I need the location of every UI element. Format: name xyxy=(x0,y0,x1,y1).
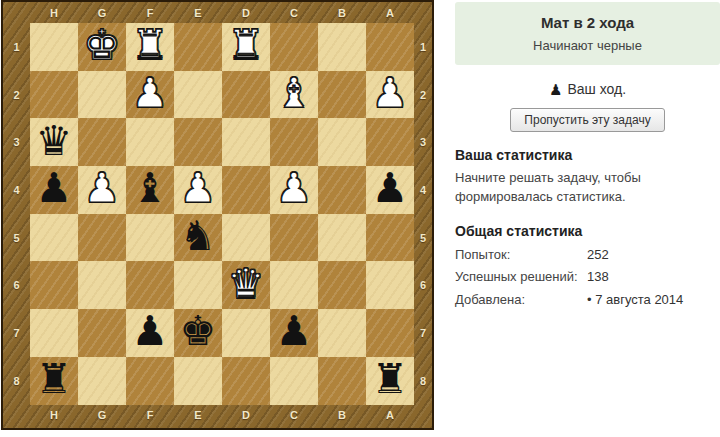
file-label-bottom-f: F xyxy=(126,405,174,427)
square-b7[interactable] xyxy=(318,309,366,357)
square-e3[interactable] xyxy=(174,118,222,166)
piece-white-pawn[interactable]: ♟ xyxy=(180,168,217,209)
general-stats-section: Общая статистика Попыток: 252 Успешных р… xyxy=(455,223,720,308)
square-d3[interactable] xyxy=(222,118,270,166)
rank-label-left-1: 1 xyxy=(3,23,30,71)
square-h6[interactable] xyxy=(30,261,78,309)
puzzle-title: Мат в 2 хода xyxy=(461,14,714,31)
piece-white-pawn[interactable]: ♟ xyxy=(276,168,313,209)
file-label-bottom-c: C xyxy=(270,405,318,427)
rank-label-left-5: 5 xyxy=(3,214,30,262)
piece-white-queen[interactable]: ♛ xyxy=(228,264,265,305)
square-h4[interactable]: ♟ xyxy=(30,166,78,214)
stat-label: Успешных решений: xyxy=(455,269,587,285)
square-b2[interactable] xyxy=(318,71,366,119)
black-pawn-icon: ♟ xyxy=(549,81,562,99)
rank-label-left-7: 7 xyxy=(3,309,30,357)
square-f3[interactable] xyxy=(126,118,174,166)
square-a8[interactable]: ♜ xyxy=(366,357,414,405)
square-b5[interactable] xyxy=(318,214,366,262)
square-f8[interactable] xyxy=(126,357,174,405)
square-h7[interactable] xyxy=(30,309,78,357)
square-c1[interactable] xyxy=(270,23,318,71)
file-label-top-a: A xyxy=(366,2,414,23)
square-a5[interactable] xyxy=(366,214,414,262)
your-stats-description: Начните решать задачу, чтобы формировала… xyxy=(455,169,720,207)
page: HGFEDCBA1♚♜♜12♟♝♟23♛34♟♟♝♟♟♟45♞56♛67♟♚♟7… xyxy=(0,0,720,437)
piece-white-rook[interactable]: ♜ xyxy=(132,25,169,66)
square-f4[interactable]: ♝ xyxy=(126,166,174,214)
board-border-corner xyxy=(3,2,30,23)
square-d8[interactable] xyxy=(222,357,270,405)
square-d1[interactable]: ♜ xyxy=(222,23,270,71)
square-g7[interactable] xyxy=(78,309,126,357)
square-c8[interactable] xyxy=(270,357,318,405)
rank-label-right-1: 1 xyxy=(414,23,432,71)
rank-label-right-6: 6 xyxy=(414,261,432,309)
square-h5[interactable] xyxy=(30,214,78,262)
turn-text: Ваш ход. xyxy=(567,81,626,97)
square-f5[interactable] xyxy=(126,214,174,262)
square-f1[interactable]: ♜ xyxy=(126,23,174,71)
piece-white-bishop[interactable]: ♝ xyxy=(276,73,313,114)
square-f7[interactable]: ♟ xyxy=(126,309,174,357)
board-border-corner xyxy=(414,2,432,23)
rank-label-right-2: 2 xyxy=(414,71,432,119)
rank-label-right-4: 4 xyxy=(414,166,432,214)
square-h8[interactable]: ♜ xyxy=(30,357,78,405)
file-label-bottom-h: H xyxy=(30,405,78,427)
square-c3[interactable] xyxy=(270,118,318,166)
square-h3[interactable]: ♛ xyxy=(30,118,78,166)
rank-label-right-8: 8 xyxy=(414,357,432,405)
square-a3[interactable] xyxy=(366,118,414,166)
file-label-top-c: C xyxy=(270,2,318,23)
file-label-top-f: F xyxy=(126,2,174,23)
square-g8[interactable] xyxy=(78,357,126,405)
file-label-bottom-e: E xyxy=(174,405,222,427)
rank-label-left-6: 6 xyxy=(3,261,30,309)
piece-white-king[interactable]: ♚ xyxy=(84,25,121,66)
square-a2[interactable]: ♟ xyxy=(366,71,414,119)
piece-white-pawn[interactable]: ♟ xyxy=(372,73,409,114)
rank-label-left-2: 2 xyxy=(3,71,30,119)
file-label-bottom-d: D xyxy=(222,405,270,427)
rank-label-right-7: 7 xyxy=(414,309,432,357)
square-e2[interactable] xyxy=(174,71,222,119)
square-g1[interactable]: ♚ xyxy=(78,23,126,71)
file-label-bottom-a: A xyxy=(366,405,414,427)
your-stats-section: Ваша статистика Начните решать задачу, ч… xyxy=(455,147,720,207)
puzzle-subtitle: Начинают черные xyxy=(461,38,714,53)
square-c6[interactable] xyxy=(270,261,318,309)
square-d2[interactable] xyxy=(222,71,270,119)
piece-black-knight[interactable]: ♞ xyxy=(180,216,217,257)
square-e8[interactable] xyxy=(174,357,222,405)
board-border-corner xyxy=(414,405,432,427)
stat-value: • 7 августа 2014 xyxy=(587,292,683,308)
square-h1[interactable] xyxy=(30,23,78,71)
piece-black-pawn[interactable]: ♟ xyxy=(276,311,313,352)
square-g2[interactable] xyxy=(78,71,126,119)
square-c7[interactable]: ♟ xyxy=(270,309,318,357)
square-a7[interactable] xyxy=(366,309,414,357)
stat-label: Попыток: xyxy=(455,247,587,263)
piece-black-king[interactable]: ♚ xyxy=(180,311,217,352)
piece-white-rook[interactable]: ♜ xyxy=(228,25,265,66)
piece-white-pawn[interactable]: ♟ xyxy=(84,168,121,209)
stat-value: 252 xyxy=(587,247,609,263)
piece-black-rook[interactable]: ♜ xyxy=(372,359,409,400)
general-stats-rows: Попыток: 252 Успешных решений: 138 Добав… xyxy=(455,247,720,308)
square-d6[interactable]: ♛ xyxy=(222,261,270,309)
square-a6[interactable] xyxy=(366,261,414,309)
square-b4[interactable] xyxy=(318,166,366,214)
rank-label-right-3: 3 xyxy=(414,118,432,166)
square-e4[interactable]: ♟ xyxy=(174,166,222,214)
file-label-top-b: B xyxy=(318,2,366,23)
puzzle-header: Мат в 2 хода Начинают черные xyxy=(455,2,720,65)
stat-row-added: Добавлена: • 7 августа 2014 xyxy=(455,292,720,308)
file-label-top-e: E xyxy=(174,2,222,23)
board-border-corner xyxy=(3,405,30,427)
square-d5[interactable] xyxy=(222,214,270,262)
rank-label-left-8: 8 xyxy=(3,357,30,405)
square-e6[interactable] xyxy=(174,261,222,309)
square-d7[interactable] xyxy=(222,309,270,357)
square-b1[interactable] xyxy=(318,23,366,71)
square-b8[interactable] xyxy=(318,357,366,405)
piece-black-rook[interactable]: ♜ xyxy=(36,359,73,400)
square-g4[interactable]: ♟ xyxy=(78,166,126,214)
square-h2[interactable] xyxy=(30,71,78,119)
file-label-top-h: H xyxy=(30,2,78,23)
skip-task-button[interactable]: Пропустить эту задачу xyxy=(510,108,664,132)
square-e1[interactable] xyxy=(174,23,222,71)
square-b3[interactable] xyxy=(318,118,366,166)
stat-row-attempts: Попыток: 252 xyxy=(455,247,720,263)
square-a1[interactable] xyxy=(366,23,414,71)
puzzle-panel: Мат в 2 хода Начинают черные ♟Ваш ход. П… xyxy=(455,2,720,314)
piece-black-pawn[interactable]: ♟ xyxy=(372,168,409,209)
square-f6[interactable] xyxy=(126,261,174,309)
stat-row-solutions: Успешных решений: 138 xyxy=(455,269,720,285)
square-e5[interactable]: ♞ xyxy=(174,214,222,262)
piece-black-bishop[interactable]: ♝ xyxy=(132,168,169,209)
square-c2[interactable]: ♝ xyxy=(270,71,318,119)
file-label-top-g: G xyxy=(78,2,126,23)
square-g5[interactable] xyxy=(78,214,126,262)
square-f2[interactable]: ♟ xyxy=(126,71,174,119)
your-stats-heading: Ваша статистика xyxy=(455,147,720,163)
piece-black-queen[interactable]: ♛ xyxy=(36,121,73,162)
file-label-top-d: D xyxy=(222,2,270,23)
square-g3[interactable] xyxy=(78,118,126,166)
square-a4[interactable]: ♟ xyxy=(366,166,414,214)
stat-label: Добавлена: xyxy=(455,292,587,308)
square-e7[interactable]: ♚ xyxy=(174,309,222,357)
piece-black-pawn[interactable]: ♟ xyxy=(132,311,169,352)
rank-label-left-3: 3 xyxy=(3,118,30,166)
rank-label-left-4: 4 xyxy=(3,166,30,214)
square-c4[interactable]: ♟ xyxy=(270,166,318,214)
rank-label-right-5: 5 xyxy=(414,214,432,262)
square-c5[interactable] xyxy=(270,214,318,262)
piece-white-pawn[interactable]: ♟ xyxy=(132,73,169,114)
file-label-bottom-b: B xyxy=(318,405,366,427)
stat-value: 138 xyxy=(587,269,609,285)
square-b6[interactable] xyxy=(318,261,366,309)
skip-row: Пропустить эту задачу xyxy=(455,108,720,132)
general-stats-heading: Общая статистика xyxy=(455,223,720,239)
square-d4[interactable] xyxy=(222,166,270,214)
chess-board[interactable]: HGFEDCBA1♚♜♜12♟♝♟23♛34♟♟♝♟♟♟45♞56♛67♟♚♟7… xyxy=(1,0,434,430)
turn-indicator: ♟Ваш ход. xyxy=(455,81,720,99)
piece-black-pawn[interactable]: ♟ xyxy=(36,168,73,209)
file-label-bottom-g: G xyxy=(78,405,126,427)
square-g6[interactable] xyxy=(78,261,126,309)
